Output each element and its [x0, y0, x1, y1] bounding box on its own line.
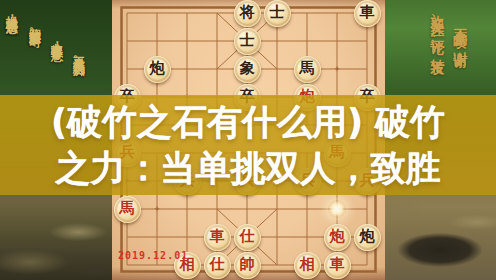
- caption: (破竹之石有什么用) 破竹 之力：当单挑双人，致胜: [0, 95, 496, 195]
- piece-glyph: 車: [210, 229, 225, 244]
- left-poem-column-3: 非常欢喜非常愁，: [48, 33, 65, 53]
- piece-glyph: 馬: [120, 201, 135, 216]
- piece-glyph: 将: [240, 5, 255, 20]
- board-star-point: ✦: [152, 204, 162, 214]
- piece-glyph: 仕: [240, 229, 255, 244]
- piece-glyph: 士: [240, 33, 255, 48]
- piece-glyph: 炮: [360, 229, 375, 244]
- piece-red-horse[interactable]: 馬: [114, 196, 141, 223]
- piece-black-elephant[interactable]: 象: [234, 56, 261, 83]
- left-poem-column-1: 捉抽观棋有所思，: [3, 6, 20, 26]
- right-cta-column-2: 不喜勿喷！谢谢！: [452, 17, 470, 61]
- piece-red-chariot[interactable]: 車: [204, 224, 231, 251]
- piece-black-advisor[interactable]: 士: [264, 0, 291, 27]
- left-poem-column-2: 分明楚汉两举时。: [26, 19, 43, 39]
- board-star-point: ✦: [332, 64, 342, 74]
- piece-glyph: 士: [270, 5, 285, 20]
- piece-black-horse[interactable]: 馬: [294, 56, 321, 83]
- piece-glyph: 仕: [210, 257, 225, 272]
- piece-black-advisor[interactable]: 士: [234, 28, 261, 55]
- piece-red-general[interactable]: 帥: [234, 252, 261, 279]
- right-cta-column-1: 欢迎关注、评论、转发！: [429, 4, 447, 68]
- caption-line-1: (破竹之石有什么用) 破竹: [51, 99, 445, 145]
- left-poem-column-4: 不看棋人总为痴。: [70, 47, 87, 67]
- piece-black-chariot[interactable]: 車: [354, 0, 381, 27]
- date-watermark: 2019.12.01: [118, 250, 188, 261]
- caption-line-2: 之力：当单挑双人，致胜: [56, 145, 441, 191]
- piece-red-advisor[interactable]: 仕: [204, 252, 231, 279]
- piece-glyph: 相: [300, 257, 315, 272]
- piece-black-cannon[interactable]: 炮: [144, 56, 171, 83]
- piece-glyph: 馬: [300, 61, 315, 76]
- piece-glyph: 帥: [240, 257, 255, 272]
- piece-glyph: 車: [330, 257, 345, 272]
- piece-black-cannon[interactable]: 炮: [354, 224, 381, 251]
- piece-red-elephant[interactable]: 相: [294, 252, 321, 279]
- piece-red-advisor[interactable]: 仕: [234, 224, 261, 251]
- piece-glyph: 象: [240, 61, 255, 76]
- piece-glyph: 車: [360, 5, 375, 20]
- piece-glyph: 炮: [150, 61, 165, 76]
- piece-black-general[interactable]: 将: [234, 0, 261, 27]
- piece-red-cannon[interactable]: 炮: [324, 224, 351, 251]
- piece-red-chariot[interactable]: 車: [324, 252, 351, 279]
- screenshot-stage: 捉抽观棋有所思， 分明楚汉两举时。 非常欢喜非常愁， 不看棋人总为痴。 欢迎关注…: [0, 0, 496, 280]
- last-move-marker: [328, 200, 346, 218]
- piece-glyph: 炮: [330, 229, 345, 244]
